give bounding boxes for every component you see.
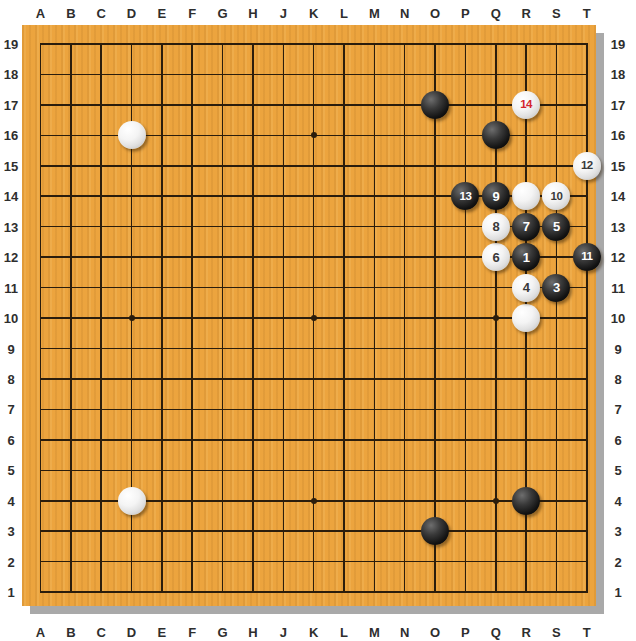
row-label-right-5: 5 [614, 463, 621, 478]
row-label-right-3: 3 [614, 524, 621, 539]
row-label-left-6: 6 [7, 432, 14, 447]
column-label-top-j: J [280, 6, 287, 21]
row-label-left-13: 13 [4, 219, 18, 234]
row-label-right-9: 9 [614, 341, 621, 356]
go-diagram: AABBCCDDEEFFGGHHJJKKLLMMNNOOPPQQRRSSTT19… [0, 0, 636, 641]
row-label-left-10: 10 [4, 311, 18, 326]
row-label-left-19: 19 [4, 37, 18, 52]
row-label-left-3: 3 [7, 524, 14, 539]
row-label-right-14: 14 [611, 189, 625, 204]
column-label-bottom-l: L [340, 625, 348, 640]
row-label-right-4: 4 [614, 493, 621, 508]
column-label-top-p: P [461, 6, 470, 21]
column-label-top-k: K [309, 6, 318, 21]
row-label-right-15: 15 [611, 158, 625, 173]
column-label-bottom-m: M [369, 625, 380, 640]
row-label-left-16: 16 [4, 128, 18, 143]
column-label-top-a: A [36, 6, 45, 21]
row-label-right-1: 1 [614, 585, 621, 600]
column-label-top-q: Q [491, 6, 501, 21]
row-label-right-8: 8 [614, 371, 621, 386]
row-label-right-2: 2 [614, 554, 621, 569]
row-label-right-7: 7 [614, 402, 621, 417]
column-label-bottom-k: K [309, 625, 318, 640]
row-label-right-10: 10 [611, 311, 625, 326]
row-label-right-17: 17 [611, 97, 625, 112]
column-label-top-f: F [188, 6, 196, 21]
row-label-left-14: 14 [4, 189, 18, 204]
row-label-right-16: 16 [611, 128, 625, 143]
row-label-left-1: 1 [7, 585, 14, 600]
column-label-bottom-o: O [430, 625, 440, 640]
column-label-top-r: R [521, 6, 530, 21]
column-label-top-b: B [66, 6, 75, 21]
row-label-left-11: 11 [4, 280, 18, 295]
row-label-right-18: 18 [611, 67, 625, 82]
column-label-top-h: H [248, 6, 257, 21]
column-label-top-t: T [583, 6, 591, 21]
row-label-left-7: 7 [7, 402, 14, 417]
row-label-right-12: 12 [611, 250, 625, 265]
column-label-top-l: L [340, 6, 348, 21]
row-label-right-19: 19 [611, 37, 625, 52]
column-label-bottom-q: Q [491, 625, 501, 640]
row-label-right-11: 11 [611, 280, 625, 295]
goban[interactable] [22, 25, 596, 606]
column-label-top-d: D [127, 6, 136, 21]
row-label-left-12: 12 [4, 250, 18, 265]
row-label-right-6: 6 [614, 432, 621, 447]
column-label-bottom-p: P [461, 625, 470, 640]
column-label-bottom-e: E [158, 625, 167, 640]
column-label-top-c: C [96, 6, 105, 21]
column-label-top-o: O [430, 6, 440, 21]
column-label-bottom-s: S [552, 625, 561, 640]
column-label-top-e: E [158, 6, 167, 21]
column-label-bottom-g: G [218, 625, 228, 640]
row-label-left-8: 8 [7, 371, 14, 386]
column-label-bottom-d: D [127, 625, 136, 640]
row-label-left-18: 18 [4, 67, 18, 82]
column-label-bottom-t: T [583, 625, 591, 640]
column-label-bottom-r: R [521, 625, 530, 640]
column-label-top-g: G [218, 6, 228, 21]
row-label-left-15: 15 [4, 158, 18, 173]
column-label-bottom-n: N [400, 625, 409, 640]
column-label-bottom-f: F [188, 625, 196, 640]
column-label-bottom-h: H [248, 625, 257, 640]
column-label-bottom-c: C [96, 625, 105, 640]
row-label-left-9: 9 [7, 341, 14, 356]
row-label-left-17: 17 [4, 97, 18, 112]
row-label-left-2: 2 [7, 554, 14, 569]
column-label-bottom-b: B [66, 625, 75, 640]
row-label-left-4: 4 [7, 493, 14, 508]
column-label-bottom-a: A [36, 625, 45, 640]
row-label-left-5: 5 [7, 463, 14, 478]
column-label-top-s: S [552, 6, 561, 21]
column-label-top-m: M [369, 6, 380, 21]
column-label-top-n: N [400, 6, 409, 21]
row-label-right-13: 13 [611, 219, 625, 234]
column-label-bottom-j: J [280, 625, 287, 640]
